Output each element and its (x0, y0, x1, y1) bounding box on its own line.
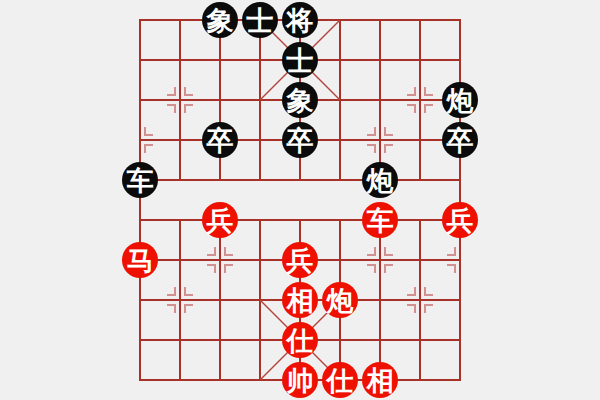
point-marker (384, 127, 393, 136)
piece-red-advisor[interactable]: 仕 (282, 322, 318, 358)
point-marker (184, 104, 193, 113)
point-marker (167, 104, 176, 113)
point-marker (407, 104, 416, 113)
point-marker (224, 264, 233, 273)
xiangqi-board[interactable]: 象士将士象炮卒卒卒车炮兵车兵马兵相炮仕帅仕相 (0, 0, 600, 400)
point-marker (384, 247, 393, 256)
point-marker (424, 287, 433, 296)
point-marker (367, 127, 376, 136)
point-marker (367, 144, 376, 153)
piece-black-soldier[interactable]: 卒 (282, 122, 318, 158)
point-marker (447, 247, 456, 256)
piece-red-elephant[interactable]: 相 (282, 282, 318, 318)
piece-black-advisor[interactable]: 士 (282, 42, 318, 78)
piece-black-soldier[interactable]: 卒 (202, 122, 238, 158)
point-marker (207, 247, 216, 256)
piece-red-general[interactable]: 帅 (282, 362, 318, 398)
piece-black-cannon[interactable]: 炮 (442, 82, 478, 118)
piece-red-chariot[interactable]: 车 (362, 202, 398, 238)
point-marker (184, 287, 193, 296)
point-marker (407, 287, 416, 296)
point-marker (144, 144, 153, 153)
point-marker (424, 304, 433, 313)
point-marker (367, 264, 376, 273)
piece-black-chariot[interactable]: 车 (122, 162, 158, 198)
point-marker (207, 264, 216, 273)
piece-black-soldier[interactable]: 卒 (442, 122, 478, 158)
piece-black-general[interactable]: 将 (282, 2, 318, 38)
piece-red-soldier[interactable]: 兵 (282, 242, 318, 278)
point-marker (184, 87, 193, 96)
point-marker (424, 87, 433, 96)
piece-red-cannon[interactable]: 炮 (322, 282, 358, 318)
point-marker (407, 304, 416, 313)
point-marker (224, 247, 233, 256)
point-marker (367, 247, 376, 256)
piece-red-horse[interactable]: 马 (122, 242, 158, 278)
piece-black-advisor[interactable]: 士 (242, 2, 278, 38)
point-marker (447, 264, 456, 273)
piece-red-soldier[interactable]: 兵 (202, 202, 238, 238)
piece-black-cannon[interactable]: 炮 (362, 162, 398, 198)
point-marker (384, 144, 393, 153)
point-marker (167, 304, 176, 313)
point-marker (184, 304, 193, 313)
piece-red-soldier[interactable]: 兵 (442, 202, 478, 238)
point-marker (407, 87, 416, 96)
piece-black-elephant[interactable]: 象 (202, 2, 238, 38)
piece-black-elephant[interactable]: 象 (282, 82, 318, 118)
point-marker (167, 87, 176, 96)
point-marker (384, 264, 393, 273)
piece-red-advisor[interactable]: 仕 (322, 362, 358, 398)
point-marker (144, 127, 153, 136)
point-marker (167, 287, 176, 296)
piece-red-elephant[interactable]: 相 (362, 362, 398, 398)
point-marker (424, 104, 433, 113)
